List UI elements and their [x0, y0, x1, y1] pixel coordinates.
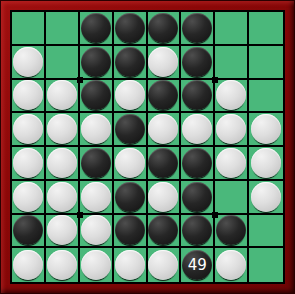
- black-disc: [115, 47, 145, 77]
- white-disc: [13, 47, 43, 77]
- cell-c7[interactable]: [80, 215, 114, 249]
- black-disc: [148, 80, 178, 110]
- cell-d8[interactable]: [114, 248, 148, 282]
- white-disc: [148, 250, 178, 280]
- white-disc: [216, 250, 246, 280]
- cell-f8[interactable]: 49: [181, 248, 215, 282]
- white-disc: [47, 148, 77, 178]
- cell-g1[interactable]: [215, 12, 249, 46]
- othello-board: 49: [10, 10, 285, 284]
- cell-h3[interactable]: [249, 80, 283, 114]
- cell-g8[interactable]: [215, 248, 249, 282]
- black-disc: [115, 13, 145, 43]
- cell-g7[interactable]: [215, 215, 249, 249]
- cell-d1[interactable]: [114, 12, 148, 46]
- cell-h8[interactable]: [249, 248, 283, 282]
- white-disc: [216, 80, 246, 110]
- black-disc: [81, 47, 111, 77]
- white-disc: [81, 215, 111, 245]
- cell-b8[interactable]: [46, 248, 80, 282]
- white-disc: [47, 182, 77, 212]
- cell-f2[interactable]: [181, 46, 215, 80]
- cell-b3[interactable]: [46, 80, 80, 114]
- cell-a1[interactable]: [12, 12, 46, 46]
- black-disc: 49: [182, 250, 212, 280]
- white-disc: [182, 114, 212, 144]
- black-disc: [81, 80, 111, 110]
- cell-g3[interactable]: [215, 80, 249, 114]
- cell-d2[interactable]: [114, 46, 148, 80]
- cell-d4[interactable]: [114, 113, 148, 147]
- cell-e3[interactable]: [148, 80, 182, 114]
- cell-e5[interactable]: [148, 147, 182, 181]
- cell-c2[interactable]: [80, 46, 114, 80]
- cell-b4[interactable]: [46, 113, 80, 147]
- cell-h2[interactable]: [249, 46, 283, 80]
- white-disc: [13, 148, 43, 178]
- cell-a4[interactable]: [12, 113, 46, 147]
- white-disc: [148, 47, 178, 77]
- board-frame: 49: [0, 0, 295, 294]
- cell-b6[interactable]: [46, 181, 80, 215]
- white-disc: [13, 80, 43, 110]
- last-move-number: 49: [188, 258, 207, 273]
- white-disc: [115, 250, 145, 280]
- white-disc: [81, 250, 111, 280]
- black-disc: [182, 215, 212, 245]
- black-disc: [81, 148, 111, 178]
- cell-c1[interactable]: [80, 12, 114, 46]
- cell-e2[interactable]: [148, 46, 182, 80]
- white-disc: [216, 114, 246, 144]
- black-disc: [148, 148, 178, 178]
- cell-c8[interactable]: [80, 248, 114, 282]
- cell-h1[interactable]: [249, 12, 283, 46]
- cell-a2[interactable]: [12, 46, 46, 80]
- cell-e8[interactable]: [148, 248, 182, 282]
- cell-f4[interactable]: [181, 113, 215, 147]
- cell-b7[interactable]: [46, 215, 80, 249]
- cell-c3[interactable]: [80, 80, 114, 114]
- black-disc: [13, 215, 43, 245]
- white-disc: [251, 148, 281, 178]
- cell-e6[interactable]: [148, 181, 182, 215]
- black-disc: [148, 13, 178, 43]
- cell-g6[interactable]: [215, 181, 249, 215]
- cell-e1[interactable]: [148, 12, 182, 46]
- board-grid: 49: [12, 12, 283, 282]
- white-disc: [47, 114, 77, 144]
- cell-h5[interactable]: [249, 147, 283, 181]
- cell-f5[interactable]: [181, 147, 215, 181]
- white-disc: [13, 250, 43, 280]
- black-disc: [115, 182, 145, 212]
- cell-b1[interactable]: [46, 12, 80, 46]
- black-disc: [182, 47, 212, 77]
- black-disc: [148, 215, 178, 245]
- cell-a6[interactable]: [12, 181, 46, 215]
- cell-a5[interactable]: [12, 147, 46, 181]
- white-disc: [148, 114, 178, 144]
- cell-d3[interactable]: [114, 80, 148, 114]
- cell-g5[interactable]: [215, 147, 249, 181]
- cell-f6[interactable]: [181, 181, 215, 215]
- cell-f1[interactable]: [181, 12, 215, 46]
- cell-a8[interactable]: [12, 248, 46, 282]
- white-disc: [47, 215, 77, 245]
- cell-e7[interactable]: [148, 215, 182, 249]
- cell-a7[interactable]: [12, 215, 46, 249]
- cell-e4[interactable]: [148, 113, 182, 147]
- cell-d5[interactable]: [114, 147, 148, 181]
- black-disc: [115, 215, 145, 245]
- black-disc: [182, 13, 212, 43]
- cell-h6[interactable]: [249, 181, 283, 215]
- white-disc: [13, 114, 43, 144]
- cell-f3[interactable]: [181, 80, 215, 114]
- cell-d6[interactable]: [114, 181, 148, 215]
- white-disc: [47, 250, 77, 280]
- white-disc: [216, 148, 246, 178]
- black-disc: [216, 215, 246, 245]
- white-disc: [81, 182, 111, 212]
- cell-a3[interactable]: [12, 80, 46, 114]
- black-disc: [115, 114, 145, 144]
- white-disc: [251, 182, 281, 212]
- black-disc: [182, 148, 212, 178]
- cell-g2[interactable]: [215, 46, 249, 80]
- white-disc: [47, 80, 77, 110]
- cell-g4[interactable]: [215, 113, 249, 147]
- cell-f7[interactable]: [181, 215, 215, 249]
- cell-b2[interactable]: [46, 46, 80, 80]
- white-disc: [148, 182, 178, 212]
- white-disc: [115, 148, 145, 178]
- black-disc: [182, 80, 212, 110]
- cell-h4[interactable]: [249, 113, 283, 147]
- cell-c5[interactable]: [80, 147, 114, 181]
- cell-c6[interactable]: [80, 181, 114, 215]
- cell-b5[interactable]: [46, 147, 80, 181]
- black-disc: [182, 182, 212, 212]
- white-disc: [13, 182, 43, 212]
- white-disc: [115, 80, 145, 110]
- white-disc: [251, 114, 281, 144]
- black-disc: [81, 13, 111, 43]
- white-disc: [81, 114, 111, 144]
- cell-h7[interactable]: [249, 215, 283, 249]
- cell-c4[interactable]: [80, 113, 114, 147]
- cell-d7[interactable]: [114, 215, 148, 249]
